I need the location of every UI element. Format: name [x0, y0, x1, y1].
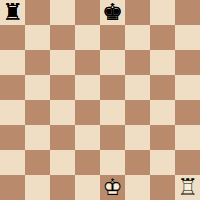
- square-e1[interactable]: ♚♔: [100, 175, 125, 200]
- square-h3[interactable]: [175, 125, 200, 150]
- square-c2[interactable]: [50, 150, 75, 175]
- square-g2[interactable]: [150, 150, 175, 175]
- square-a4[interactable]: [0, 100, 25, 125]
- square-c8[interactable]: [50, 0, 75, 25]
- black-rook[interactable]: ♜♜: [0, 0, 25, 25]
- square-c4[interactable]: [50, 100, 75, 125]
- square-b7[interactable]: [25, 25, 50, 50]
- square-a6[interactable]: [0, 50, 25, 75]
- square-f7[interactable]: [125, 25, 150, 50]
- square-d7[interactable]: [75, 25, 100, 50]
- square-b2[interactable]: [25, 150, 50, 175]
- square-f1[interactable]: [125, 175, 150, 200]
- square-h1[interactable]: ♜♖: [175, 175, 200, 200]
- square-g3[interactable]: [150, 125, 175, 150]
- square-d3[interactable]: [75, 125, 100, 150]
- square-d2[interactable]: [75, 150, 100, 175]
- black-king-glyph: ♚: [100, 0, 125, 25]
- square-d1[interactable]: [75, 175, 100, 200]
- square-d8[interactable]: [75, 0, 100, 25]
- square-e2[interactable]: [100, 150, 125, 175]
- square-b4[interactable]: [25, 100, 50, 125]
- square-c7[interactable]: [50, 25, 75, 50]
- white-king[interactable]: ♚♔: [100, 175, 125, 200]
- square-h7[interactable]: [175, 25, 200, 50]
- square-f5[interactable]: [125, 75, 150, 100]
- square-f3[interactable]: [125, 125, 150, 150]
- square-a3[interactable]: [0, 125, 25, 150]
- square-d4[interactable]: [75, 100, 100, 125]
- square-e7[interactable]: [100, 25, 125, 50]
- white-rook[interactable]: ♜♖: [175, 175, 200, 200]
- square-f2[interactable]: [125, 150, 150, 175]
- square-e3[interactable]: [100, 125, 125, 150]
- square-c1[interactable]: [50, 175, 75, 200]
- square-f4[interactable]: [125, 100, 150, 125]
- square-g1[interactable]: [150, 175, 175, 200]
- square-h4[interactable]: [175, 100, 200, 125]
- square-d6[interactable]: [75, 50, 100, 75]
- square-d5[interactable]: [75, 75, 100, 100]
- square-a1[interactable]: [0, 175, 25, 200]
- square-g7[interactable]: [150, 25, 175, 50]
- square-g5[interactable]: [150, 75, 175, 100]
- square-e5[interactable]: [100, 75, 125, 100]
- square-c3[interactable]: [50, 125, 75, 150]
- square-b8[interactable]: [25, 0, 50, 25]
- square-a7[interactable]: [0, 25, 25, 50]
- square-g6[interactable]: [150, 50, 175, 75]
- square-g8[interactable]: [150, 0, 175, 25]
- black-rook-glyph: ♜: [0, 0, 25, 25]
- white-king-glyph: ♔: [100, 175, 125, 200]
- square-h8[interactable]: [175, 0, 200, 25]
- square-c5[interactable]: [50, 75, 75, 100]
- square-h5[interactable]: [175, 75, 200, 100]
- square-b3[interactable]: [25, 125, 50, 150]
- square-a8[interactable]: ♜♜: [0, 0, 25, 25]
- square-h2[interactable]: [175, 150, 200, 175]
- square-h6[interactable]: [175, 50, 200, 75]
- square-a5[interactable]: [0, 75, 25, 100]
- square-b5[interactable]: [25, 75, 50, 100]
- black-king[interactable]: ♚♚: [100, 0, 125, 25]
- square-f6[interactable]: [125, 50, 150, 75]
- square-e8[interactable]: ♚♚: [100, 0, 125, 25]
- square-a2[interactable]: [0, 150, 25, 175]
- square-b1[interactable]: [25, 175, 50, 200]
- square-b6[interactable]: [25, 50, 50, 75]
- square-c6[interactable]: [50, 50, 75, 75]
- square-g4[interactable]: [150, 100, 175, 125]
- square-e4[interactable]: [100, 100, 125, 125]
- square-e6[interactable]: [100, 50, 125, 75]
- white-rook-glyph: ♖: [175, 175, 200, 200]
- chess-board: ♜♜♚♚♚♔♜♖: [0, 0, 200, 200]
- square-f8[interactable]: [125, 0, 150, 25]
